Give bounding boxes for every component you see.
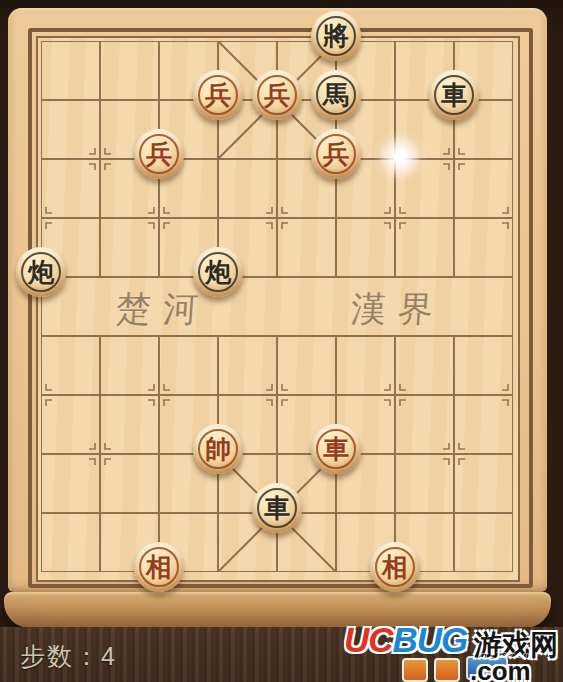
watermark-ucbug-logo: UCBUG [344, 620, 467, 660]
watermark-orange-shape-icon [402, 658, 428, 682]
piece-glyph: 馬 [323, 82, 349, 108]
piece-red-elephant-2[interactable]: 相 [370, 542, 420, 592]
piece-glyph: 車 [323, 436, 349, 462]
step-counter-value: 4 [101, 642, 117, 670]
piece-red-chariot[interactable]: 車 [311, 424, 361, 474]
piece-glyph: 兵 [205, 82, 231, 108]
piece-red-soldier-1[interactable]: 兵 [193, 70, 243, 120]
piece-glyph: 相 [146, 554, 172, 580]
piece-red-soldier-3[interactable]: 兵 [134, 129, 184, 179]
watermark-dotcom-text: .com [470, 656, 531, 682]
xiangqi-game-screen: 楚河 漢界 將兵兵馬車兵兵炮炮帥車車相相 步数：4 UCBUG 游戏网 cr17… [0, 0, 563, 682]
piece-black-cannon-1[interactable]: 炮 [16, 247, 66, 297]
piece-red-soldier-2[interactable]: 兵 [252, 70, 302, 120]
watermark-orange-shape-icon [434, 658, 460, 682]
piece-glyph: 兵 [323, 141, 349, 167]
pieces-layer: 將兵兵馬車兵兵炮炮帥車車相相 [12, 12, 543, 602]
watermark: UCBUG 游戏网 cr173.com .com [340, 616, 563, 682]
piece-glyph: 炮 [28, 259, 54, 285]
piece-black-chariot-2[interactable]: 車 [252, 483, 302, 533]
piece-black-chariot-1[interactable]: 車 [429, 70, 479, 120]
piece-glyph: 相 [382, 554, 408, 580]
piece-glyph: 車 [441, 82, 467, 108]
piece-black-general[interactable]: 將 [311, 11, 361, 61]
piece-glyph: 車 [264, 495, 290, 521]
step-counter-label: 步数： [20, 642, 101, 670]
piece-glyph: 兵 [264, 82, 290, 108]
piece-glyph: 兵 [146, 141, 172, 167]
piece-red-soldier-4[interactable]: 兵 [311, 129, 361, 179]
piece-black-horse[interactable]: 馬 [311, 70, 361, 120]
piece-glyph: 炮 [205, 259, 231, 285]
piece-red-elephant-1[interactable]: 相 [134, 542, 184, 592]
piece-red-general[interactable]: 帥 [193, 424, 243, 474]
piece-glyph: 帥 [205, 436, 231, 462]
step-counter: 步数：4 [20, 640, 117, 673]
piece-glyph: 將 [323, 23, 349, 49]
piece-black-cannon-2[interactable]: 炮 [193, 247, 243, 297]
